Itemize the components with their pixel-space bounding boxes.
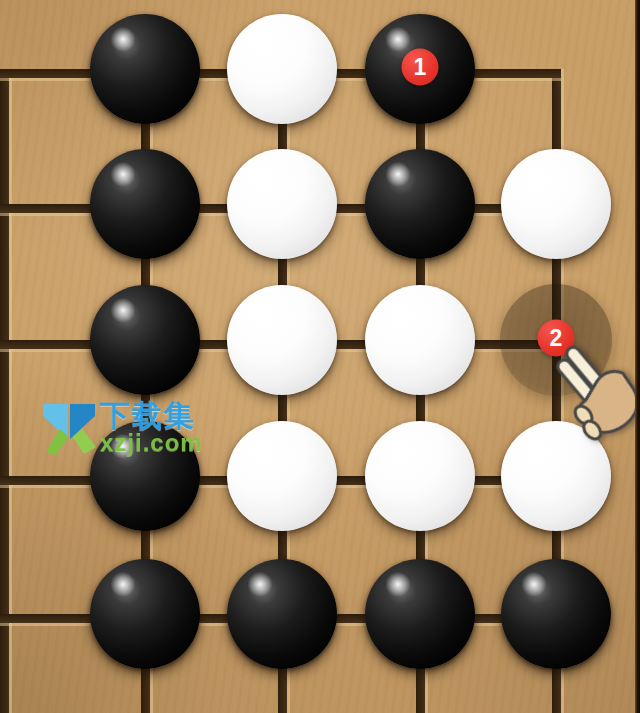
go-tutorial-screen: 12 下载集 xzji.com xyxy=(0,0,640,713)
stones-layer: 12 xyxy=(0,0,640,713)
black-stone xyxy=(227,559,337,669)
white-stone xyxy=(365,285,475,395)
watermark-title: 下载集 xyxy=(100,401,203,431)
white-stone xyxy=(501,149,611,259)
xzji-logo-icon xyxy=(40,401,98,455)
black-stone xyxy=(90,559,200,669)
watermark-texts: 下载集 xzji.com xyxy=(100,401,203,454)
white-stone xyxy=(365,421,475,531)
watermark: 下载集 xzji.com xyxy=(40,401,203,455)
move-number-badge: 1 xyxy=(402,49,439,86)
black-stone xyxy=(90,285,200,395)
white-stone xyxy=(227,421,337,531)
black-stone xyxy=(365,149,475,259)
black-stone xyxy=(501,559,611,669)
white-stone xyxy=(227,14,337,124)
black-stone xyxy=(90,149,200,259)
board-right-edge xyxy=(635,0,640,713)
watermark-url: xzji.com xyxy=(100,431,203,454)
black-stone xyxy=(90,14,200,124)
black-stone xyxy=(365,559,475,669)
white-stone xyxy=(227,149,337,259)
white-stone xyxy=(227,285,337,395)
